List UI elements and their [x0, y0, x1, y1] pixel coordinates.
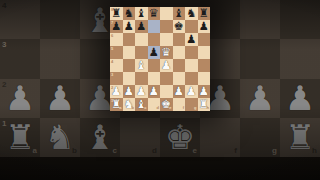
white-pawn-piece[interactable]: ♟: [285, 81, 315, 115]
square-e3[interactable]: [160, 72, 173, 85]
white-pawn-piece[interactable]: ♟: [174, 86, 184, 98]
square-g1[interactable]: g: [185, 98, 198, 111]
bg-file-label-a: a: [33, 147, 37, 155]
file-label-b: b: [132, 106, 134, 110]
black-pawn-piece[interactable]: ♟: [199, 21, 209, 33]
square-c4[interactable]: ♝: [135, 59, 148, 72]
black-bishop-piece[interactable]: ♝: [174, 8, 184, 20]
square-a1[interactable]: ♜1a: [110, 98, 123, 111]
main-board: ♜8♞♝♛♝♞♜♟7♟♟♚♟6♟5♟♛4♝♟3♟2♟♟♟♟♟♟♜1a♞b♝cd♚…: [110, 7, 210, 111]
black-queen-piece[interactable]: ♛: [149, 8, 159, 20]
square-a4[interactable]: 4: [110, 59, 123, 72]
background-square-b4: [40, 0, 80, 39]
background-square-g3: [240, 39, 280, 78]
square-b4[interactable]: [123, 59, 136, 72]
file-label-d: d: [157, 106, 159, 110]
file-label-g: g: [194, 106, 196, 110]
white-rook-piece[interactable]: ♜: [285, 120, 315, 154]
square-e4[interactable]: ♟: [160, 59, 173, 72]
background-square-c1: ♝c: [80, 118, 120, 157]
file-label-f: f: [183, 106, 184, 110]
white-pawn-piece[interactable]: ♟: [245, 81, 275, 115]
white-rook-piece[interactable]: ♜: [5, 120, 35, 154]
background-square-b3: [40, 39, 80, 78]
white-pawn-piece[interactable]: ♟: [199, 86, 209, 98]
black-knight-piece[interactable]: ♞: [124, 8, 134, 20]
bg-rank-label-2: 2: [2, 81, 6, 89]
square-e8[interactable]: [160, 7, 173, 20]
white-pawn-piece[interactable]: ♟: [136, 86, 146, 98]
black-pawn-piece[interactable]: ♟: [136, 21, 146, 33]
background-square-a3: 3: [0, 39, 40, 78]
white-pawn-piece[interactable]: ♟: [45, 81, 75, 115]
bg-file-label-d: d: [152, 147, 157, 155]
black-pawn-piece[interactable]: ♟: [149, 47, 159, 59]
white-pawn-piece[interactable]: ♟: [161, 60, 171, 72]
background-square-b2: ♟: [40, 79, 80, 118]
square-d1[interactable]: d: [148, 98, 161, 111]
square-e1[interactable]: ♚e: [160, 98, 173, 111]
black-knight-piece[interactable]: ♞: [186, 8, 196, 20]
square-b7[interactable]: ♟: [123, 20, 136, 33]
square-h5[interactable]: [198, 46, 211, 59]
background-square-h3: [280, 39, 320, 78]
rank-label-3: 3: [111, 73, 113, 77]
square-g4[interactable]: [185, 59, 198, 72]
background-square-d1: d: [120, 118, 160, 157]
rank-label-4: 4: [111, 60, 113, 64]
file-label-c: c: [144, 106, 146, 110]
background-square-g4: [240, 0, 280, 39]
square-d5[interactable]: ♟: [148, 46, 161, 59]
white-pawn-piece[interactable]: ♟: [149, 86, 159, 98]
file-label-a: a: [119, 106, 121, 110]
square-g6[interactable]: ♟: [185, 33, 198, 46]
background-square-a2: ♟2: [0, 79, 40, 118]
file-label-e: e: [169, 106, 171, 110]
bg-file-label-b: b: [72, 147, 77, 155]
bg-rank-label-3: 3: [2, 41, 6, 49]
white-pawn-piece[interactable]: ♟: [186, 86, 196, 98]
bg-rank-label-4: 4: [2, 2, 6, 10]
square-h6[interactable]: [198, 33, 211, 46]
square-c6[interactable]: [135, 33, 148, 46]
video-frame: 4♝♟3♟2♟♟♟♟♟♟♜1a♞b♝cd♚efg♜h ♜8♞♝♛♝♞♜♟7♟♟♚…: [0, 0, 320, 180]
white-bishop-piece[interactable]: ♝: [85, 120, 115, 154]
background-square-a1: ♜1a: [0, 118, 40, 157]
square-a7[interactable]: ♟7: [110, 20, 123, 33]
file-label-h: h: [207, 106, 209, 110]
square-f1[interactable]: f: [173, 98, 186, 111]
white-knight-piece[interactable]: ♞: [45, 120, 75, 154]
background-square-h1: ♜h: [280, 118, 320, 157]
square-a5[interactable]: 5: [110, 46, 123, 59]
square-d8[interactable]: ♛: [148, 7, 161, 20]
background-square-e1: ♚e: [160, 118, 200, 157]
background-square-h4: [280, 0, 320, 39]
rank-label-6: 6: [111, 34, 113, 38]
square-a6[interactable]: 6: [110, 33, 123, 46]
black-pawn-piece[interactable]: ♟: [186, 34, 196, 46]
background-square-f1: f: [200, 118, 240, 157]
rank-label-7: 7: [111, 21, 113, 25]
square-h1[interactable]: ♜h: [198, 98, 211, 111]
black-pawn-piece[interactable]: ♟: [124, 21, 134, 33]
rank-label-5: 5: [111, 47, 113, 51]
background-square-a4: 4: [0, 0, 40, 39]
square-f4[interactable]: [173, 59, 186, 72]
background-square-b1: ♞b: [40, 118, 80, 157]
rank-label-8: 8: [111, 8, 113, 12]
black-king-piece[interactable]: ♚: [174, 21, 184, 33]
square-g5[interactable]: [185, 46, 198, 59]
background-lower-strip: [0, 157, 320, 180]
square-b5[interactable]: [123, 46, 136, 59]
white-bishop-piece[interactable]: ♝: [136, 60, 146, 72]
white-king-piece[interactable]: ♚: [165, 120, 195, 154]
black-rook-piece[interactable]: ♜: [199, 8, 209, 20]
square-f2[interactable]: ♟: [173, 85, 186, 98]
square-f6[interactable]: [173, 33, 186, 46]
square-d2[interactable]: ♟: [148, 85, 161, 98]
bg-file-label-e: e: [193, 147, 197, 155]
background-square-g2: ♟: [240, 79, 280, 118]
square-b1[interactable]: ♞b: [123, 98, 136, 111]
square-h7[interactable]: ♟: [198, 20, 211, 33]
bg-file-label-f: f: [234, 147, 237, 155]
square-c7[interactable]: ♟: [135, 20, 148, 33]
background-square-h2: ♟: [280, 79, 320, 118]
square-c1[interactable]: ♝c: [135, 98, 148, 111]
rank-label-1: 1: [111, 99, 113, 103]
square-e7[interactable]: [160, 20, 173, 33]
white-pawn-piece[interactable]: ♟: [124, 86, 134, 98]
square-h4[interactable]: [198, 59, 211, 72]
black-bishop-piece[interactable]: ♝: [136, 8, 146, 20]
bg-file-label-h: h: [312, 147, 317, 155]
white-queen-piece[interactable]: ♛: [161, 47, 171, 59]
background-square-g1: g: [240, 118, 280, 157]
square-f5[interactable]: [173, 46, 186, 59]
bg-file-label-c: c: [113, 147, 117, 155]
square-b6[interactable]: [123, 33, 136, 46]
white-pawn-piece[interactable]: ♟: [5, 81, 35, 115]
bg-rank-label-1: 1: [2, 120, 6, 128]
square-f7[interactable]: ♚: [173, 20, 186, 33]
square-d4[interactable]: [148, 59, 161, 72]
rank-label-2: 2: [111, 86, 113, 90]
square-g8[interactable]: ♞: [185, 7, 198, 20]
square-g2[interactable]: ♟: [185, 85, 198, 98]
square-d7[interactable]: [148, 20, 161, 33]
bg-file-label-g: g: [272, 147, 277, 155]
